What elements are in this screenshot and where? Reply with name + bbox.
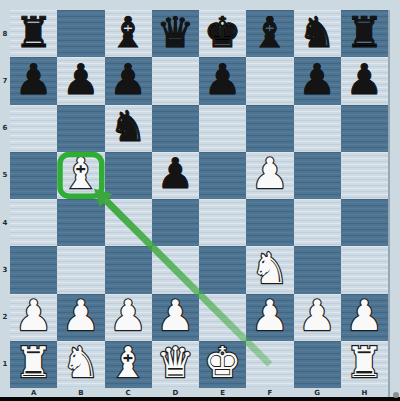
- square-e5[interactable]: [199, 152, 246, 199]
- board-edge-line: [388, 10, 390, 397]
- square-h3[interactable]: [341, 246, 388, 293]
- square-e6[interactable]: [199, 105, 246, 152]
- rank-label-6: 6: [0, 105, 10, 152]
- piece-black-pawn[interactable]: ♟: [62, 59, 100, 101]
- square-d1[interactable]: ♛: [152, 341, 199, 388]
- square-a5[interactable]: [10, 152, 57, 199]
- piece-white-pawn[interactable]: ♟: [109, 295, 147, 337]
- rank-label-1: 1: [0, 341, 10, 388]
- piece-black-pawn[interactable]: ♟: [298, 59, 336, 101]
- square-h8[interactable]: ♜: [341, 10, 388, 57]
- square-a4[interactable]: [10, 199, 57, 246]
- square-b6[interactable]: [57, 105, 104, 152]
- piece-black-rook[interactable]: ♜: [15, 12, 53, 54]
- piece-white-rook[interactable]: ♜: [15, 342, 53, 384]
- file-label-f: F: [246, 388, 293, 397]
- square-g2[interactable]: ♟: [294, 294, 341, 341]
- piece-black-pawn[interactable]: ♟: [157, 153, 195, 195]
- rank-label-4: 4: [0, 199, 10, 246]
- square-g6[interactable]: [294, 105, 341, 152]
- resize-handle[interactable]: [393, 392, 399, 398]
- square-f1[interactable]: [246, 341, 293, 388]
- square-h7[interactable]: ♟: [341, 57, 388, 104]
- square-g3[interactable]: [294, 246, 341, 293]
- piece-black-bishop[interactable]: ♝: [251, 12, 289, 54]
- square-e7[interactable]: ♟: [199, 57, 246, 104]
- rank-label-5: 5: [0, 152, 10, 199]
- square-g7[interactable]: ♟: [294, 57, 341, 104]
- piece-black-king[interactable]: ♚: [204, 12, 242, 54]
- square-c5[interactable]: [105, 152, 152, 199]
- piece-black-pawn[interactable]: ♟: [204, 59, 242, 101]
- file-label-h: H: [341, 388, 388, 397]
- rank-label-7: 7: [0, 57, 10, 104]
- chess-app: 87654321 ABCDEFGH ♜♝♛♚♝♞♜♟♟♟♟♟♟♞♝♟♟♞♟♟♟♟…: [0, 0, 400, 401]
- square-f4[interactable]: [246, 199, 293, 246]
- square-c2[interactable]: ♟: [105, 294, 152, 341]
- piece-black-knight[interactable]: ♞: [109, 106, 147, 148]
- square-c1[interactable]: ♝: [105, 341, 152, 388]
- piece-white-knight[interactable]: ♞: [251, 248, 289, 290]
- square-h5[interactable]: [341, 152, 388, 199]
- piece-white-bishop[interactable]: ♝: [62, 153, 100, 195]
- square-f5[interactable]: ♟: [246, 152, 293, 199]
- square-d4[interactable]: [152, 199, 199, 246]
- square-d2[interactable]: ♟: [152, 294, 199, 341]
- piece-white-bishop[interactable]: ♝: [109, 342, 147, 384]
- square-b1[interactable]: ♞: [57, 341, 104, 388]
- square-f2[interactable]: ♟: [246, 294, 293, 341]
- square-f8[interactable]: ♝: [246, 10, 293, 57]
- square-a6[interactable]: [10, 105, 57, 152]
- square-h1[interactable]: ♜: [341, 341, 388, 388]
- square-b3[interactable]: [57, 246, 104, 293]
- piece-black-pawn[interactable]: ♟: [346, 59, 384, 101]
- square-b5[interactable]: ♝: [57, 152, 104, 199]
- piece-white-pawn[interactable]: ♟: [251, 295, 289, 337]
- square-c7[interactable]: ♟: [105, 57, 152, 104]
- square-c4[interactable]: [105, 199, 152, 246]
- chess-board[interactable]: ♜♝♛♚♝♞♜♟♟♟♟♟♟♞♝♟♟♞♟♟♟♟♟♟♟♜♞♝♛♚♜: [10, 10, 388, 388]
- square-a1[interactable]: ♜: [10, 341, 57, 388]
- piece-white-pawn[interactable]: ♟: [62, 295, 100, 337]
- square-b2[interactable]: ♟: [57, 294, 104, 341]
- square-c8[interactable]: ♝: [105, 10, 152, 57]
- file-label-g: G: [294, 388, 341, 397]
- piece-white-pawn[interactable]: ♟: [298, 295, 336, 337]
- square-h2[interactable]: ♟: [341, 294, 388, 341]
- square-c6[interactable]: ♞: [105, 105, 152, 152]
- piece-white-king[interactable]: ♚: [204, 342, 242, 384]
- square-g1[interactable]: [294, 341, 341, 388]
- piece-black-queen[interactable]: ♛: [157, 12, 195, 54]
- bottom-bar: [0, 397, 400, 401]
- piece-black-knight[interactable]: ♞: [298, 12, 336, 54]
- square-b8[interactable]: [57, 10, 104, 57]
- square-e3[interactable]: [199, 246, 246, 293]
- piece-white-pawn[interactable]: ♟: [251, 153, 289, 195]
- piece-white-pawn[interactable]: ♟: [346, 295, 384, 337]
- square-f7[interactable]: [246, 57, 293, 104]
- square-g4[interactable]: [294, 199, 341, 246]
- file-label-e: E: [199, 388, 246, 397]
- square-c3[interactable]: [105, 246, 152, 293]
- file-label-b: B: [57, 388, 104, 397]
- rank-label-3: 3: [0, 246, 10, 293]
- piece-black-rook[interactable]: ♜: [346, 12, 384, 54]
- square-e4[interactable]: [199, 199, 246, 246]
- square-e1[interactable]: ♚: [199, 341, 246, 388]
- piece-white-queen[interactable]: ♛: [157, 342, 195, 384]
- file-label-d: D: [152, 388, 199, 397]
- square-h4[interactable]: [341, 199, 388, 246]
- square-d7[interactable]: [152, 57, 199, 104]
- square-d8[interactable]: ♛: [152, 10, 199, 57]
- square-d3[interactable]: [152, 246, 199, 293]
- piece-white-pawn[interactable]: ♟: [15, 295, 53, 337]
- square-f3[interactable]: ♞: [246, 246, 293, 293]
- square-g8[interactable]: ♞: [294, 10, 341, 57]
- piece-white-knight[interactable]: ♞: [62, 342, 100, 384]
- piece-white-rook[interactable]: ♜: [346, 342, 384, 384]
- piece-white-pawn[interactable]: ♟: [157, 295, 195, 337]
- square-e2[interactable]: [199, 294, 246, 341]
- rank-label-2: 2: [0, 294, 10, 341]
- square-a7[interactable]: ♟: [10, 57, 57, 104]
- square-d5[interactable]: ♟: [152, 152, 199, 199]
- square-b7[interactable]: ♟: [57, 57, 104, 104]
- square-a8[interactable]: ♜: [10, 10, 57, 57]
- square-f6[interactable]: [246, 105, 293, 152]
- file-label-a: A: [10, 388, 57, 397]
- square-a2[interactable]: ♟: [10, 294, 57, 341]
- piece-black-bishop[interactable]: ♝: [109, 12, 147, 54]
- square-d6[interactable]: [152, 105, 199, 152]
- square-g5[interactable]: [294, 152, 341, 199]
- piece-black-pawn[interactable]: ♟: [109, 59, 147, 101]
- square-h6[interactable]: [341, 105, 388, 152]
- square-b4[interactable]: [57, 199, 104, 246]
- square-e8[interactable]: ♚: [199, 10, 246, 57]
- square-a3[interactable]: [10, 246, 57, 293]
- piece-black-pawn[interactable]: ♟: [15, 59, 53, 101]
- rank-label-8: 8: [0, 10, 10, 57]
- file-label-c: C: [105, 388, 152, 397]
